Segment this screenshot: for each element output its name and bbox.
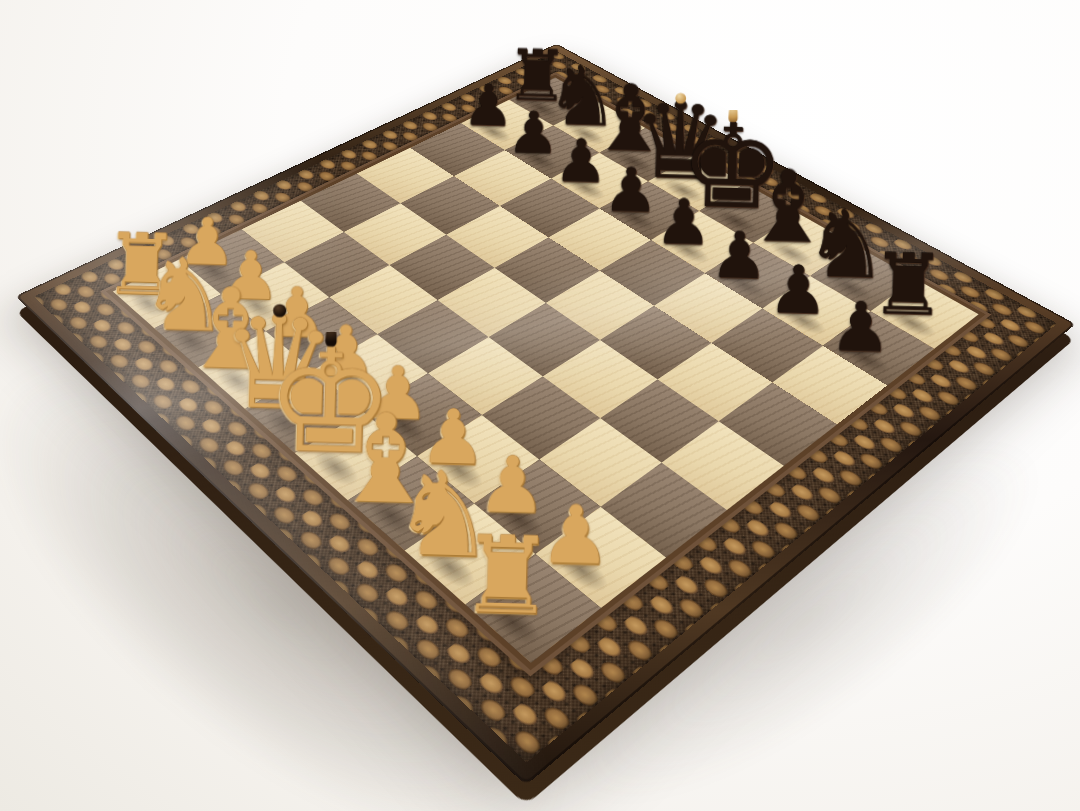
rook-icon: ♜ [457,523,555,629]
board-outer-frame: ♜♞♝♛♚♝♞♜♟♟♟♟♟♟♟♟♟♟♟♟♟♟♟♟♜♞♝♛♚♝♞♜ [15,44,1075,786]
chess-board: ♜♞♝♛♚♝♞♜♟♟♟♟♟♟♟♟♟♟♟♟♟♟♟♟♜♞♝♛♚♝♞♜ [15,44,1075,786]
pawn-icon: ♟ [654,191,712,254]
black-pawn-h7[interactable]: ♟ [829,294,892,363]
white-rook-h1[interactable]: ♜ [457,523,555,629]
pawn-icon: ♟ [553,132,608,192]
board-grid: ♜♞♝♛♚♝♞♜♟♟♟♟♟♟♟♟♟♟♟♟♟♟♟♟♜♞♝♛♚♝♞♜ [113,78,979,663]
photo-backdrop: ♜♞♝♛♚♝♞♜♟♟♟♟♟♟♟♟♟♟♟♟♟♟♟♟♜♞♝♛♚♝♞♜ [0,0,1080,811]
pawn-icon: ♟ [507,104,560,162]
queen-ball-finial [273,303,287,317]
black-pawn-a7[interactable]: ♟ [462,78,514,135]
black-pawn-b7[interactable]: ♟ [507,104,560,162]
pawn-icon: ♟ [602,161,658,222]
pawn-icon: ♟ [462,78,514,135]
black-pawn-g7[interactable]: ♟ [767,258,828,325]
pawn-icon: ♟ [709,224,768,289]
carved-ornament-border: ♜♞♝♛♚♝♞♜♟♟♟♟♟♟♟♟♟♟♟♟♟♟♟♟♜♞♝♛♚♝♞♜ [34,51,1058,763]
black-pawn-d7[interactable]: ♟ [602,161,658,222]
pawn-icon: ♟ [767,258,828,325]
black-pawn-c7[interactable]: ♟ [553,132,608,192]
black-pawn-f7[interactable]: ♟ [709,224,768,289]
black-pawn-e7[interactable]: ♟ [654,191,712,254]
scene: ♜♞♝♛♚♝♞♜♟♟♟♟♟♟♟♟♟♟♟♟♟♟♟♟♜♞♝♛♚♝♞♜ [0,0,1080,811]
pawn-icon: ♟ [829,294,892,363]
